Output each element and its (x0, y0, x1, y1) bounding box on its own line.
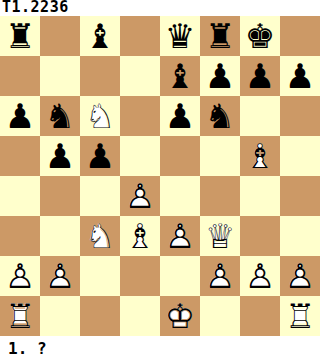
piece-white-pawn[interactable]: ♟♙ (120, 176, 160, 216)
piece-white-bishop[interactable]: ♝♗ (240, 136, 280, 176)
piece-fill: ♟ (200, 56, 240, 96)
piece-white-knight[interactable]: ♞♘ (80, 96, 120, 136)
square-d3[interactable]: ♝♗ (120, 216, 160, 256)
square-a8[interactable]: ♜ (0, 16, 40, 56)
piece-outline: ♔ (160, 296, 200, 336)
square-d6[interactable] (120, 96, 160, 136)
piece-black-pawn[interactable]: ♟ (200, 56, 240, 96)
square-b4[interactable] (40, 176, 80, 216)
move-prompt: 1. ? (0, 336, 320, 360)
square-f4[interactable] (200, 176, 240, 216)
piece-black-pawn[interactable]: ♟ (280, 56, 320, 96)
square-f5[interactable] (200, 136, 240, 176)
piece-fill: ♟ (0, 96, 40, 136)
piece-fill: ♝ (160, 56, 200, 96)
square-f6[interactable]: ♞ (200, 96, 240, 136)
piece-black-bishop[interactable]: ♝ (80, 16, 120, 56)
square-a4[interactable] (0, 176, 40, 216)
piece-white-rook[interactable]: ♜♖ (0, 296, 40, 336)
square-d8[interactable] (120, 16, 160, 56)
square-e2[interactable] (160, 256, 200, 296)
piece-white-pawn[interactable]: ♟♙ (0, 256, 40, 296)
square-c4[interactable] (80, 176, 120, 216)
piece-black-king[interactable]: ♚ (240, 16, 280, 56)
piece-outline: ♙ (120, 176, 160, 216)
piece-black-pawn[interactable]: ♟ (40, 136, 80, 176)
square-g1[interactable] (240, 296, 280, 336)
square-e4[interactable] (160, 176, 200, 216)
square-a2[interactable]: ♟♙ (0, 256, 40, 296)
square-e5[interactable] (160, 136, 200, 176)
piece-outline: ♙ (40, 256, 80, 296)
piece-fill: ♜ (0, 16, 40, 56)
puzzle-title: T1.2236 (0, 0, 320, 16)
piece-white-pawn[interactable]: ♟♙ (160, 216, 200, 256)
piece-black-rook[interactable]: ♜ (200, 16, 240, 56)
piece-white-rook[interactable]: ♜♖ (280, 296, 320, 336)
piece-white-queen[interactable]: ♛♕ (200, 216, 240, 256)
piece-white-pawn[interactable]: ♟♙ (240, 256, 280, 296)
square-b8[interactable] (40, 16, 80, 56)
square-b2[interactable]: ♟♙ (40, 256, 80, 296)
piece-outline: ♙ (160, 216, 200, 256)
square-b6[interactable]: ♞ (40, 96, 80, 136)
piece-fill: ♞ (200, 96, 240, 136)
square-c6[interactable]: ♞♘ (80, 96, 120, 136)
square-g5[interactable]: ♝♗ (240, 136, 280, 176)
square-c2[interactable] (80, 256, 120, 296)
square-h8[interactable] (280, 16, 320, 56)
piece-black-pawn[interactable]: ♟ (240, 56, 280, 96)
square-a5[interactable] (0, 136, 40, 176)
square-a3[interactable] (0, 216, 40, 256)
piece-black-pawn[interactable]: ♟ (160, 96, 200, 136)
square-h3[interactable] (280, 216, 320, 256)
square-a7[interactable] (0, 56, 40, 96)
square-d5[interactable] (120, 136, 160, 176)
piece-outline: ♖ (0, 296, 40, 336)
piece-fill: ♜ (200, 16, 240, 56)
square-f2[interactable]: ♟♙ (200, 256, 240, 296)
square-h1[interactable]: ♜♖ (280, 296, 320, 336)
square-g8[interactable]: ♚ (240, 16, 280, 56)
square-e6[interactable]: ♟ (160, 96, 200, 136)
square-e7[interactable]: ♝ (160, 56, 200, 96)
square-c8[interactable]: ♝ (80, 16, 120, 56)
square-e3[interactable]: ♟♙ (160, 216, 200, 256)
piece-white-pawn[interactable]: ♟♙ (40, 256, 80, 296)
piece-outline: ♙ (240, 256, 280, 296)
square-a6[interactable]: ♟ (0, 96, 40, 136)
square-f3[interactable]: ♛♕ (200, 216, 240, 256)
square-c7[interactable] (80, 56, 120, 96)
piece-outline: ♙ (200, 256, 240, 296)
square-g6[interactable] (240, 96, 280, 136)
square-b5[interactable]: ♟ (40, 136, 80, 176)
piece-fill: ♟ (80, 136, 120, 176)
piece-outline: ♙ (280, 256, 320, 296)
square-d7[interactable] (120, 56, 160, 96)
piece-fill: ♟ (240, 56, 280, 96)
square-h6[interactable] (280, 96, 320, 136)
piece-white-pawn[interactable]: ♟♙ (280, 256, 320, 296)
square-c1[interactable] (80, 296, 120, 336)
square-f1[interactable] (200, 296, 240, 336)
square-d4[interactable]: ♟♙ (120, 176, 160, 216)
piece-outline: ♗ (240, 136, 280, 176)
square-c3[interactable]: ♞♘ (80, 216, 120, 256)
piece-fill: ♟ (160, 96, 200, 136)
piece-fill: ♟ (40, 136, 80, 176)
piece-fill: ♛ (160, 16, 200, 56)
square-d2[interactable] (120, 256, 160, 296)
piece-outline: ♘ (80, 96, 120, 136)
piece-black-knight[interactable]: ♞ (40, 96, 80, 136)
square-g4[interactable] (240, 176, 280, 216)
piece-fill: ♝ (80, 16, 120, 56)
piece-outline: ♙ (0, 256, 40, 296)
piece-fill: ♟ (280, 56, 320, 96)
piece-black-knight[interactable]: ♞ (200, 96, 240, 136)
square-b3[interactable] (40, 216, 80, 256)
square-b1[interactable] (40, 296, 80, 336)
piece-black-bishop[interactable]: ♝ (160, 56, 200, 96)
square-f8[interactable]: ♜ (200, 16, 240, 56)
piece-outline: ♘ (80, 216, 120, 256)
piece-white-knight[interactable]: ♞♘ (80, 216, 120, 256)
square-e8[interactable]: ♛ (160, 16, 200, 56)
piece-black-queen[interactable]: ♛ (160, 16, 200, 56)
piece-outline: ♗ (120, 216, 160, 256)
piece-outline: ♖ (280, 296, 320, 336)
square-a1[interactable]: ♜♖ (0, 296, 40, 336)
piece-fill: ♞ (40, 96, 80, 136)
square-b7[interactable] (40, 56, 80, 96)
square-f7[interactable]: ♟ (200, 56, 240, 96)
piece-outline: ♕ (200, 216, 240, 256)
piece-black-rook[interactable]: ♜ (0, 16, 40, 56)
square-h4[interactable] (280, 176, 320, 216)
piece-white-king[interactable]: ♚♔ (160, 296, 200, 336)
piece-white-pawn[interactable]: ♟♙ (200, 256, 240, 296)
square-d1[interactable] (120, 296, 160, 336)
square-g3[interactable] (240, 216, 280, 256)
square-h5[interactable] (280, 136, 320, 176)
piece-fill: ♚ (240, 16, 280, 56)
square-e1[interactable]: ♚♔ (160, 296, 200, 336)
chess-board: ♜♝♛♜♚♝♟♟♟♟♞♞♘♟♞♟♟♝♗♟♙♞♘♝♗♟♙♛♕♟♙♟♙♟♙♟♙♟♙♜… (0, 16, 320, 336)
piece-black-pawn[interactable]: ♟ (80, 136, 120, 176)
square-g7[interactable]: ♟ (240, 56, 280, 96)
square-h7[interactable]: ♟ (280, 56, 320, 96)
square-c5[interactable]: ♟ (80, 136, 120, 176)
square-g2[interactable]: ♟♙ (240, 256, 280, 296)
piece-black-pawn[interactable]: ♟ (0, 96, 40, 136)
square-h2[interactable]: ♟♙ (280, 256, 320, 296)
piece-white-bishop[interactable]: ♝♗ (120, 216, 160, 256)
